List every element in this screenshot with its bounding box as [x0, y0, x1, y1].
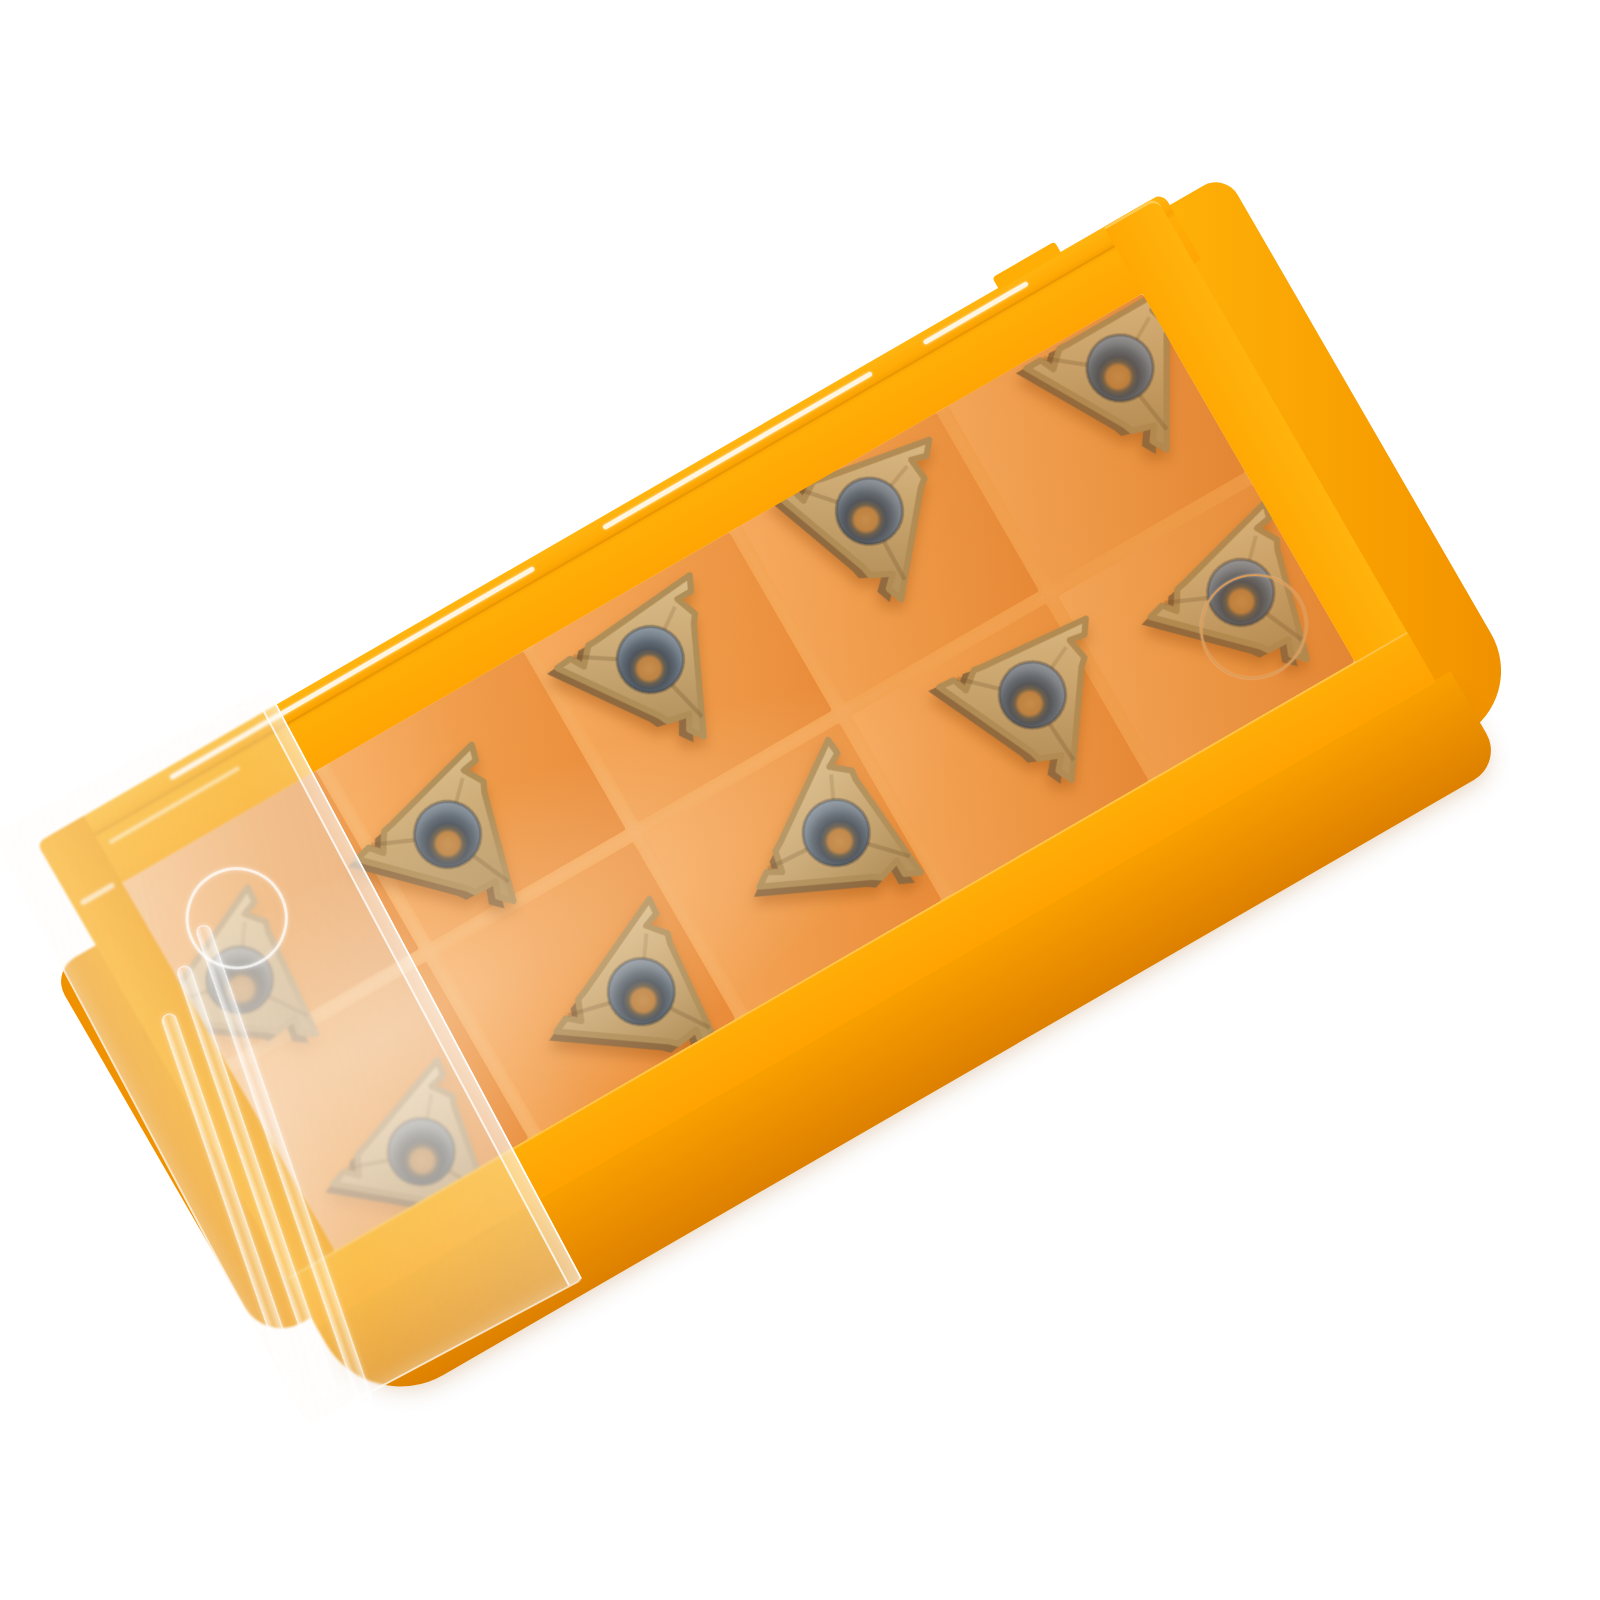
lid-rail: [175, 964, 338, 1401]
rim-highlight: [922, 281, 1028, 345]
product-photo: [0, 0, 1600, 1600]
lid-rail: [160, 1012, 305, 1397]
insert-case: [60, 215, 1479, 1392]
